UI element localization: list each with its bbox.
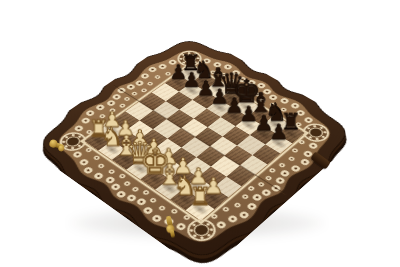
pieces-layer: ♜♞♝♛♚♝♞♜♟♟♟♟♟♟♟♟♟♟♟♟♟♟♟♟♜♞♝♛♚♝♞♜: [22, 29, 367, 267]
piece-glyph: ♜: [176, 185, 223, 210]
piece-glyph: ♟: [257, 123, 301, 144]
scene: ♜♞♝♛♚♝♞♜♟♟♟♟♟♟♟♟♟♟♟♟♟♟♟♟♜♞♝♛♚♝♞♜: [0, 0, 400, 267]
chess-board: ♜♞♝♛♚♝♞♜♟♟♟♟♟♟♟♟♟♟♟♟♟♟♟♟♜♞♝♛♚♝♞♜: [22, 29, 367, 267]
product-photo-stage: ♜♞♝♛♚♝♞♜♟♟♟♟♟♟♟♟♟♟♟♟♟♟♟♟♜♞♝♛♚♝♞♜: [0, 0, 400, 267]
